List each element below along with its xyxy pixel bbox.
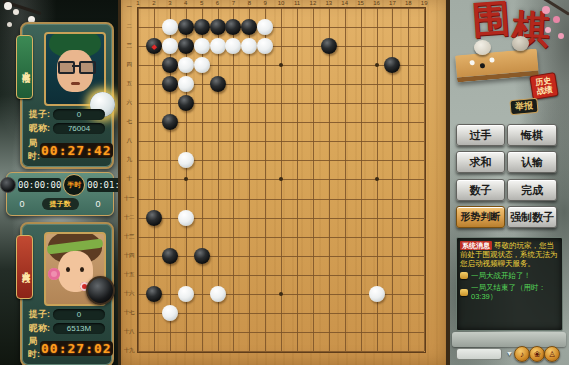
person-icon: ♙ <box>548 350 555 359</box>
captures-label: 提子: <box>29 108 50 121</box>
column-label: 10 <box>274 0 288 6</box>
grid-line-vertical <box>408 8 409 351</box>
voice-button[interactable]: ♪ <box>514 346 530 362</box>
nickname-value: 76004 <box>53 123 105 134</box>
nickname-label: 昵称: <box>29 122 50 135</box>
column-label: 11 <box>290 0 304 6</box>
grid-line-horizontal <box>138 351 424 352</box>
black-stone-icon <box>0 177 16 193</box>
button-count-stones[interactable]: 数子 <box>456 179 505 201</box>
white-stone <box>194 38 210 54</box>
row-label: 二 <box>122 23 136 30</box>
black-captures-count: 0 <box>15 199 29 209</box>
grid-line-horizontal <box>138 199 424 200</box>
black-stone <box>178 38 194 54</box>
blossom <box>13 9 19 15</box>
button-force-count[interactable]: 强制数子 <box>507 206 557 228</box>
row-label: 十二 <box>122 214 136 221</box>
chat-message: 一局又结束了（用时：03:39） <box>460 283 559 301</box>
chat-bubble-icon <box>460 272 468 279</box>
black-stone <box>384 57 400 73</box>
white-stone <box>162 38 178 54</box>
row-label: 十一 <box>122 195 136 202</box>
black-stone <box>178 95 194 111</box>
player-card-white: 业余七段 提子: 0 昵称: 76004 局时: 00:27:42 <box>20 22 114 169</box>
report-button[interactable]: 举报 <box>509 98 538 115</box>
blossom <box>553 16 560 23</box>
captures-count-label: 提子数 <box>42 198 79 210</box>
black-stone <box>225 19 241 35</box>
game-time-label: 局时: <box>28 137 40 163</box>
row-label: 十四 <box>122 252 136 259</box>
rank-badge: 业余六段 <box>16 235 33 299</box>
row-label: 一 <box>122 4 136 11</box>
title-char-wei: 围 <box>470 0 511 46</box>
row-label: 十九 <box>122 347 136 354</box>
white-stone <box>257 19 273 35</box>
black-stone <box>162 57 178 73</box>
white-stone <box>225 38 241 54</box>
black-stone <box>210 19 226 35</box>
hoshi-point <box>279 177 283 181</box>
rank-badge: 业余七段 <box>16 35 33 99</box>
chat-input[interactable] <box>456 348 502 360</box>
nickname-value: 6513M <box>53 323 105 334</box>
grid-line-vertical <box>345 8 346 351</box>
grid-line-horizontal <box>138 275 424 276</box>
hoshi-point <box>279 63 283 67</box>
black-stone: ◆ <box>146 38 162 54</box>
flower-icon: ❀ <box>534 350 541 359</box>
row-label: 十三 <box>122 233 136 240</box>
left-player-panel: 业余七段 提子: 0 昵称: 76004 局时: 00:27:42 <box>0 0 118 365</box>
players-button[interactable]: ♙ <box>544 346 560 362</box>
game-time-value: 00:27:42 <box>40 143 113 158</box>
column-label: 12 <box>306 0 320 6</box>
grid-line-horizontal <box>138 237 424 238</box>
system-message-badge: 系统消息 <box>460 241 492 250</box>
row-label: 五 <box>122 80 136 87</box>
row-label: 十八 <box>122 328 136 335</box>
captures-value: 0 <box>53 109 105 120</box>
hoshi-point <box>279 292 283 296</box>
column-label: 2 <box>147 0 161 6</box>
grid-line-horizontal <box>138 256 424 257</box>
column-label: 16 <box>370 0 384 6</box>
column-label: 19 <box>417 0 431 6</box>
game-time-label: 局时: <box>28 335 40 361</box>
go-board[interactable]: 12345678910111213141516171819一二三四五六七八九十十… <box>118 0 450 365</box>
column-label: 15 <box>354 0 368 6</box>
row-label: 六 <box>122 99 136 106</box>
black-stone <box>162 114 178 130</box>
row-label: 八 <box>122 137 136 144</box>
decorative-go-board <box>455 48 539 82</box>
black-stone <box>146 210 162 226</box>
button-pass[interactable]: 过手 <box>456 124 505 146</box>
black-stone <box>194 248 210 264</box>
grid-line-horizontal <box>138 332 424 333</box>
chat-panel: 系统消息尊敬的玩家，您当前处于围观状态，系统无法为您启动视频聊天服务。 一局大战… <box>456 237 563 331</box>
music-note-icon: ♪ <box>520 350 524 359</box>
blossom <box>7 22 12 27</box>
grid-line-vertical <box>329 8 330 351</box>
white-captures-count: 0 <box>91 199 105 209</box>
column-label: 9 <box>258 0 272 6</box>
white-stone <box>369 286 385 302</box>
white-stone <box>210 38 226 54</box>
row-label: 七 <box>122 118 136 125</box>
player-card-black: 业余六段 提子: 0 昵称: 6513M 局时: 00:27:02 <box>20 222 114 365</box>
white-stone <box>178 57 194 73</box>
white-stone <box>257 38 273 54</box>
row-label: 十六 <box>122 290 136 297</box>
stone-bowl-icon <box>512 36 529 51</box>
column-label: 4 <box>179 0 193 6</box>
captures-value: 0 <box>53 309 105 320</box>
black-stone <box>146 286 162 302</box>
row-label: 十五 <box>122 271 136 278</box>
blossom <box>542 6 550 14</box>
chat-bubble-icon <box>460 289 468 296</box>
move-timer-bar: 00:00:00 手时 00:01:28 0 提子数 0 <box>6 172 114 216</box>
history-record-seal[interactable]: 历史战绩 <box>529 72 558 100</box>
white-stone <box>178 152 194 168</box>
white-stone <box>162 305 178 321</box>
white-stone <box>178 210 194 226</box>
chat-message-text: 一局又结束了（用时：03:39） <box>471 283 559 301</box>
last-move-marker: ◆ <box>151 43 156 50</box>
grid-line-vertical <box>313 8 314 351</box>
grid-line-vertical <box>297 8 298 351</box>
button-resign[interactable]: 认输 <box>507 151 557 173</box>
black-stone <box>210 76 226 92</box>
white-stone <box>162 19 178 35</box>
column-label: 5 <box>195 0 209 6</box>
column-label: 8 <box>242 0 256 6</box>
hoshi-point <box>375 177 379 181</box>
white-stone <box>241 38 257 54</box>
white-stone <box>178 286 194 302</box>
black-stone <box>162 248 178 264</box>
grid-line-horizontal <box>138 313 424 314</box>
row-label: 四 <box>122 61 136 68</box>
blossom <box>4 2 12 10</box>
grid-line-vertical <box>424 8 425 351</box>
column-label: 6 <box>211 0 225 6</box>
column-label: 3 <box>163 0 177 6</box>
stone-bowl-icon <box>474 40 491 55</box>
system-message: 系统消息尊敬的玩家，您当前处于围观状态，系统无法为您启动视频聊天服务。 <box>460 241 559 268</box>
grid-line-vertical <box>361 8 362 351</box>
row-label: 十七 <box>122 309 136 316</box>
row-label: 九 <box>122 156 136 163</box>
blossom <box>558 33 564 39</box>
right-control-panel: 围 棋 历史战绩 举报 过手悔棋求和认输数子完成形势判断强制数子 系统消息尊敬的… <box>450 0 569 365</box>
row-label: 三 <box>122 42 136 49</box>
black-stone <box>241 19 257 35</box>
black-stone-turn-indicator <box>86 276 115 305</box>
column-label: 13 <box>322 0 336 6</box>
chat-history-dropdown-icon[interactable]: ▼ <box>506 350 513 357</box>
column-label: 7 <box>226 0 240 6</box>
go-game-window: 业余七段 提子: 0 昵称: 76004 局时: 00:27:42 <box>0 0 569 365</box>
column-label: 17 <box>385 0 399 6</box>
column-label: 14 <box>338 0 352 6</box>
black-stone <box>194 19 210 35</box>
chat-message-text: 一局大战开始了！ <box>471 271 531 280</box>
button-request-draw[interactable]: 求和 <box>456 151 505 173</box>
button-undo[interactable]: 悔棋 <box>507 124 557 146</box>
button-finish[interactable]: 完成 <box>507 179 557 201</box>
white-stone <box>210 286 226 302</box>
row-label: 十 <box>122 175 136 182</box>
blossom <box>545 27 551 33</box>
move-time-label: 手时 <box>63 174 85 196</box>
game-time-value: 00:27:02 <box>40 341 113 356</box>
captures-label: 提子: <box>29 308 50 321</box>
black-stone <box>162 76 178 92</box>
black-stone <box>178 19 194 35</box>
chat-message: 一局大战开始了！ <box>460 271 559 280</box>
emote-button[interactable]: ❀ <box>529 346 545 362</box>
column-label: 18 <box>401 0 415 6</box>
white-stone <box>178 76 194 92</box>
white-stone <box>194 57 210 73</box>
nickname-label: 昵称: <box>29 322 50 335</box>
hoshi-point <box>375 63 379 67</box>
black-move-time: 00:00:00 <box>18 178 61 192</box>
button-judge-position[interactable]: 形势判断 <box>456 206 505 228</box>
hoshi-point <box>184 177 188 181</box>
black-stone <box>321 38 337 54</box>
stone-slab-decoration <box>452 332 566 347</box>
